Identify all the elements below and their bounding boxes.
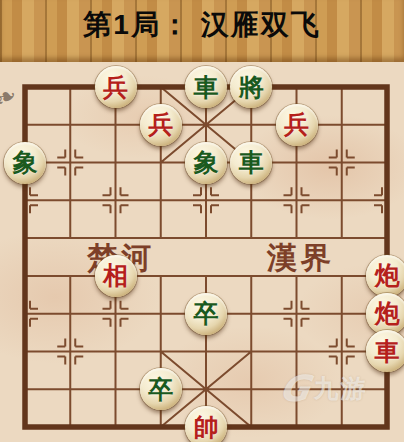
- watermark-logo-icon: G: [276, 368, 313, 409]
- piece-glyph: 帥: [194, 415, 219, 440]
- piece-black-象-c4r2[interactable]: 象: [185, 142, 227, 184]
- piece-glyph: 兵: [148, 112, 173, 137]
- piece-glyph: 兵: [284, 112, 309, 137]
- piece-glyph: 車: [194, 75, 219, 100]
- piece-red-兵-c3r1[interactable]: 兵: [140, 104, 182, 146]
- piece-glyph: 卒: [148, 377, 173, 402]
- piece-glyph: 兵: [103, 75, 128, 100]
- piece-red-兵-c2r0[interactable]: 兵: [95, 66, 137, 108]
- piece-red-相-c2r5[interactable]: 相: [95, 255, 137, 297]
- piece-glyph: 卒: [194, 301, 219, 326]
- piece-red-帥-c4r9[interactable]: 帥: [185, 406, 227, 442]
- piece-black-象-c0r2[interactable]: 象: [4, 142, 46, 184]
- piece-glyph: 將: [239, 75, 264, 100]
- piece-red-炮-c8r5[interactable]: 炮: [366, 255, 404, 297]
- piece-glyph: 炮: [375, 263, 400, 288]
- piece-glyph: 車: [375, 339, 400, 364]
- piece-red-兵-c6r1[interactable]: 兵: [276, 104, 318, 146]
- piece-glyph: 車: [239, 150, 264, 175]
- wood-header: 第1局： 汉雁双飞: [0, 0, 404, 62]
- watermark: G 九游: [280, 368, 368, 409]
- piece-red-炮-c8r6[interactable]: 炮: [366, 293, 404, 335]
- piece-glyph: 相: [103, 263, 128, 288]
- piece-black-卒-c4r6[interactable]: 卒: [185, 293, 227, 335]
- page-title: 第1局： 汉雁双飞: [0, 0, 404, 50]
- piece-black-車-c4r0[interactable]: 車: [185, 66, 227, 108]
- piece-black-卒-c3r8[interactable]: 卒: [140, 368, 182, 410]
- piece-glyph: 象: [13, 150, 38, 175]
- watermark-text: 九游: [314, 372, 368, 405]
- piece-black-將-c5r0[interactable]: 將: [230, 66, 272, 108]
- river-label-right: 漢界: [267, 239, 335, 277]
- piece-red-車-c8r7[interactable]: 車: [366, 330, 404, 372]
- piece-black-車-c5r2[interactable]: 車: [230, 142, 272, 184]
- piece-glyph: 炮: [375, 301, 400, 326]
- piece-glyph: 象: [194, 150, 219, 175]
- xiangqi-board[interactable]: 楚河 漢界 ❧ G 九游 兵車將兵兵象象車相炮卒炮車卒帥: [0, 62, 404, 442]
